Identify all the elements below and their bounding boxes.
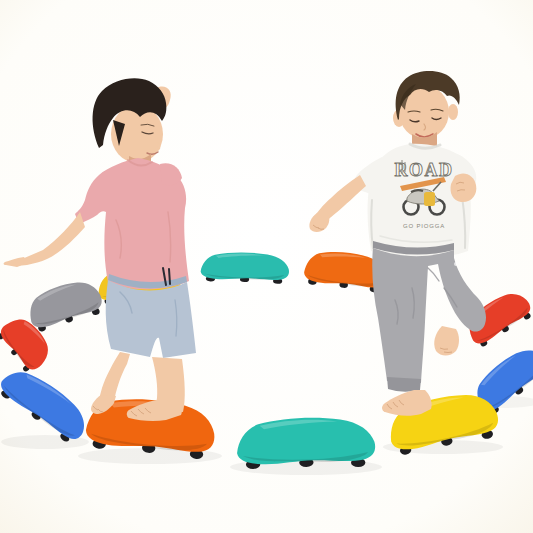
right-child-ear-right	[448, 104, 458, 120]
scene-svg: ROAD GO PIOGGA	[0, 0, 533, 533]
shirt-caption-text: GO PIOGGA	[403, 223, 445, 229]
right-child-cuff	[387, 377, 421, 392]
product-photo: ROAD GO PIOGGA	[0, 0, 533, 533]
shirt-title-text: ROAD	[395, 160, 454, 180]
left-child-shorts	[106, 280, 196, 358]
